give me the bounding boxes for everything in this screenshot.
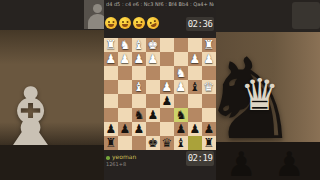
background-left-mid: ♝: [0, 30, 104, 145]
square-f4[interactable]: ♝: [132, 80, 146, 94]
white-pawn: ♟: [190, 52, 201, 66]
square-c8[interactable]: ♝: [174, 136, 188, 150]
square-a3[interactable]: [202, 66, 216, 80]
black-pawn: ♟: [176, 122, 187, 136]
person-icon: [93, 4, 102, 13]
white-rook: ♜: [204, 38, 215, 52]
white-pawn: ♟: [176, 80, 187, 94]
black-pawn: ♟: [106, 122, 117, 136]
player-rating: 1261+8: [106, 161, 126, 167]
square-h1[interactable]: ♜: [104, 38, 118, 52]
black-rook: ♜: [106, 136, 117, 150]
square-d2[interactable]: [160, 52, 174, 66]
clock-box-blur: [292, 2, 320, 29]
square-a1[interactable]: ♜: [202, 38, 216, 52]
square-d8[interactable]: ♛: [160, 136, 174, 150]
square-a8[interactable]: ♜: [202, 136, 216, 150]
square-f5[interactable]: [132, 94, 146, 108]
square-g1[interactable]: ♞: [118, 38, 132, 52]
white-pawn: ♟: [204, 52, 215, 66]
square-h5[interactable]: [104, 94, 118, 108]
square-c3[interactable]: ♞: [174, 66, 188, 80]
square-f6[interactable]: ♞: [132, 108, 146, 122]
square-h8[interactable]: ♜: [104, 136, 118, 150]
square-e6[interactable]: ♟: [146, 108, 160, 122]
square-f1[interactable]: ♝: [132, 38, 146, 52]
square-g5[interactable]: [118, 94, 132, 108]
square-f7[interactable]: ♟: [132, 122, 146, 136]
chess-app-strip: d4 d5 : c4 e6 : Nc3 Nf6 : Bf4 Bb4 : Qa4+…: [104, 0, 216, 180]
black-pawn: ♟: [120, 122, 131, 136]
square-b5[interactable]: [188, 94, 202, 108]
square-f3[interactable]: [132, 66, 146, 80]
square-e7[interactable]: [146, 122, 160, 136]
queen-icon: ♛: [240, 72, 279, 118]
black-knight: ♞: [134, 108, 145, 122]
joy-emoji: [133, 17, 145, 29]
square-c1[interactable]: [174, 38, 188, 52]
square-d1[interactable]: [160, 38, 174, 52]
square-g4[interactable]: [118, 80, 132, 94]
white-bishop: ♝: [134, 80, 145, 94]
square-g3[interactable]: [118, 66, 132, 80]
white-king: ♚: [148, 38, 159, 52]
background-left-bottom: [0, 145, 104, 180]
square-a4[interactable]: ♛: [202, 80, 216, 94]
white-rook: ♜: [106, 38, 117, 52]
square-b3[interactable]: [188, 66, 202, 80]
square-c4[interactable]: ♟: [174, 80, 188, 94]
black-pawn: ♟: [190, 122, 201, 136]
square-c5[interactable]: [174, 94, 188, 108]
square-e5[interactable]: [146, 94, 160, 108]
square-b2[interactable]: ♟: [188, 52, 202, 66]
square-e4[interactable]: [146, 80, 160, 94]
square-e1[interactable]: ♚: [146, 38, 160, 52]
move-list: d4 d5 : c4 e6 : Nc3 Nf6 : Bf4 Bb4 : Qa4+…: [106, 1, 214, 8]
square-h2[interactable]: ♟: [104, 52, 118, 66]
player-clock: 02:19: [186, 151, 214, 166]
white-knight: ♞: [120, 38, 131, 52]
pawn-icon: ♟: [274, 144, 304, 180]
square-d3[interactable]: [160, 66, 174, 80]
square-e8[interactable]: ♚: [146, 136, 160, 150]
background-right-bottom: ♟ ♟: [216, 142, 320, 180]
square-h4[interactable]: [104, 80, 118, 94]
square-h7[interactable]: ♟: [104, 122, 118, 136]
square-h3[interactable]: [104, 66, 118, 80]
player-name[interactable]: yeoman: [112, 153, 136, 160]
black-pawn: ♟: [134, 122, 145, 136]
square-b6[interactable]: [188, 108, 202, 122]
white-pawn: ♟: [134, 52, 145, 66]
black-queen: ♛: [162, 136, 173, 150]
square-b4[interactable]: ♝: [188, 80, 202, 94]
square-d5[interactable]: ♟: [160, 94, 174, 108]
avatar: [84, 0, 104, 29]
white-knight: ♞: [176, 66, 187, 80]
joy-emoji: [119, 17, 131, 29]
black-bishop: ♝: [190, 80, 201, 94]
square-b7[interactable]: ♟: [188, 122, 202, 136]
rofl-emoji: [145, 15, 161, 31]
square-f2[interactable]: ♟: [132, 52, 146, 66]
square-f8[interactable]: [132, 136, 146, 150]
square-c2[interactable]: [174, 52, 188, 66]
chess-board: ♜♞♝♚♜♟♟♟♟♟♟♞♝♟♟♝♛♟♞♟♞♟♟♟♟♟♟♜♚♛♝♜: [104, 38, 216, 150]
background-left: ♝: [0, 0, 104, 180]
square-g2[interactable]: ♟: [118, 52, 132, 66]
black-pawn: ♟: [148, 108, 159, 122]
background-right-mid: ♞ ♛: [216, 32, 320, 142]
black-knight: ♞: [176, 108, 187, 122]
background-topbar-right: [216, 0, 320, 32]
emoji-row: [105, 17, 159, 30]
square-e3[interactable]: [146, 66, 160, 80]
black-pawn: ♟: [204, 122, 215, 136]
black-pawn: ♟: [162, 94, 173, 108]
black-king: ♚: [148, 136, 159, 150]
square-b1[interactable]: [188, 38, 202, 52]
pawn-icon: ♟: [226, 144, 256, 180]
online-indicator-icon: [106, 156, 110, 160]
video-frame: ♝ ♞ ♛ ♟ ♟ d4 d5 : c4 e6 : Nc3 Nf6 : Bf4 …: [0, 0, 320, 180]
opponent-clock: 02:36: [186, 17, 214, 31]
square-a6[interactable]: [202, 108, 216, 122]
black-bishop: ♝: [176, 136, 187, 150]
square-d7[interactable]: [160, 122, 174, 136]
square-b8[interactable]: [188, 136, 202, 150]
black-rook: ♜: [204, 136, 215, 150]
joy-emoji: [105, 17, 117, 29]
square-c7[interactable]: ♟: [174, 122, 188, 136]
person-icon: [88, 14, 104, 29]
square-h6[interactable]: [104, 108, 118, 122]
square-g7[interactable]: ♟: [118, 122, 132, 136]
white-bishop: ♝: [134, 38, 145, 52]
square-a5[interactable]: [202, 94, 216, 108]
square-a2[interactable]: ♟: [202, 52, 216, 66]
square-d6[interactable]: [160, 108, 174, 122]
white-pawn: ♟: [148, 52, 159, 66]
square-g8[interactable]: [118, 136, 132, 150]
background-right: ♞ ♛ ♟ ♟: [216, 0, 320, 180]
white-pawn: ♟: [106, 52, 117, 66]
white-pawn: ♟: [120, 52, 131, 66]
square-d4[interactable]: ♟: [160, 80, 174, 94]
square-c6[interactable]: ♞: [174, 108, 188, 122]
square-e2[interactable]: ♟: [146, 52, 160, 66]
white-pawn: ♟: [162, 80, 173, 94]
square-g6[interactable]: [118, 108, 132, 122]
square-a7[interactable]: ♟: [202, 122, 216, 136]
white-queen: ♛: [204, 80, 215, 94]
